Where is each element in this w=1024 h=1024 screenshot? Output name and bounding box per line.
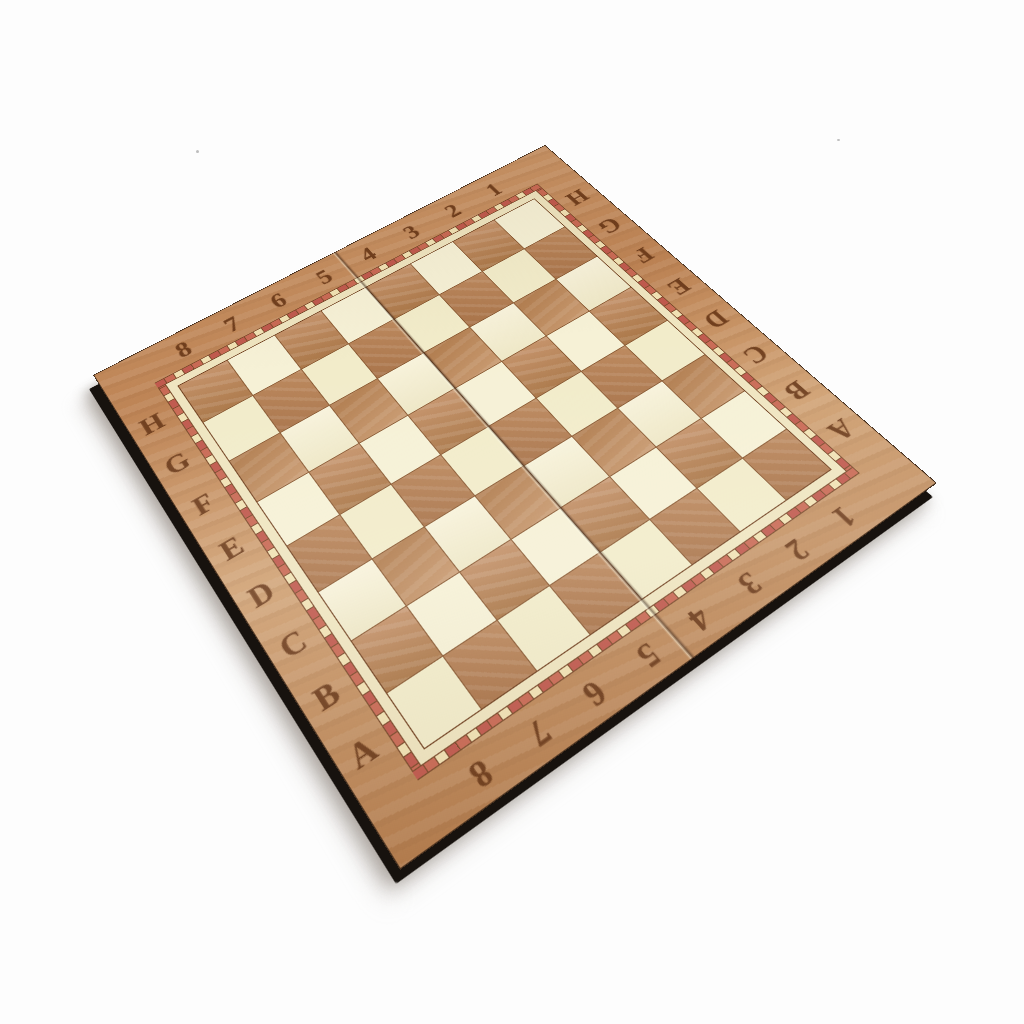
dust-speck — [196, 150, 199, 153]
file-label-upper-right-C: C — [736, 339, 775, 369]
playing-field — [177, 198, 832, 749]
file-label-lower-left-H: H — [135, 408, 170, 441]
rank-label-lower-right-2: 2 — [778, 532, 818, 568]
rank-label-upper-left-2: 2 — [439, 200, 466, 222]
file-label-lower-left-A: A — [341, 728, 385, 777]
rank-label-upper-left-5: 5 — [311, 265, 338, 289]
rank-label-upper-left-3: 3 — [398, 221, 425, 243]
rank-label-lower-right-8: 8 — [462, 751, 502, 796]
file-label-lower-left-G: G — [159, 446, 195, 481]
file-label-upper-right-G: G — [592, 213, 627, 239]
file-label-lower-left-E: E — [214, 530, 250, 567]
rank-label-lower-right-6: 6 — [575, 673, 615, 715]
rank-label-upper-left-4: 4 — [355, 243, 382, 266]
rank-label-lower-right-5: 5 — [629, 636, 669, 676]
file-label-lower-left-B: B — [306, 674, 346, 719]
rank-label-upper-left-6: 6 — [265, 288, 292, 313]
file-label-upper-right-E: E — [661, 273, 696, 300]
chessboard: 11HH22GG33FF44EE55DD66CC77BB88AA — [93, 145, 937, 870]
dust-speck — [837, 139, 840, 141]
rank-label-upper-left-8: 8 — [170, 336, 196, 362]
rank-label-lower-right-4: 4 — [680, 600, 720, 639]
file-label-upper-right-D: D — [698, 305, 736, 334]
file-label-lower-left-C: C — [273, 623, 313, 666]
file-label-lower-left-F: F — [187, 487, 220, 521]
file-label-upper-right-A: A — [820, 413, 862, 447]
file-label-lower-left-D: D — [242, 574, 281, 614]
rank-label-upper-left-1: 1 — [480, 179, 507, 200]
file-label-upper-right-B: B — [778, 375, 817, 406]
rank-label-lower-right-7: 7 — [520, 711, 560, 755]
file-label-upper-right-F: F — [627, 243, 660, 268]
file-label-upper-right-H: H — [561, 185, 595, 209]
rank-label-lower-right-3: 3 — [730, 566, 770, 603]
rank-label-lower-right-1: 1 — [824, 500, 864, 534]
photo-background: 11HH22GG33FF44EE55DD66CC77BB88AA — [0, 0, 1024, 1024]
rank-label-upper-left-7: 7 — [218, 312, 245, 337]
